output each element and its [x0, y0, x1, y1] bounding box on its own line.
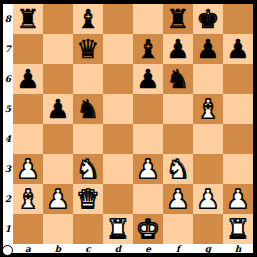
square-c8[interactable]: ♝ [73, 4, 103, 34]
square-g7[interactable]: ♟ [193, 34, 223, 64]
rank-label-8: 8 [3, 4, 13, 34]
white-pawn-h2: ♟ [223, 184, 253, 214]
white-pawn-g2: ♟ [193, 184, 223, 214]
file-label-b: b [43, 244, 73, 253]
square-a4[interactable] [13, 124, 43, 154]
black-bishop-e7: ♝ [133, 34, 163, 64]
square-c6[interactable] [73, 64, 103, 94]
black-pawn-a6: ♟ [13, 64, 43, 94]
square-b2[interactable]: ♟ [43, 184, 73, 214]
black-knight-f6: ♞ [163, 64, 193, 94]
square-c7[interactable]: ♛ [73, 34, 103, 64]
white-pawn-a3: ♟ [13, 154, 43, 184]
square-b3[interactable] [43, 154, 73, 184]
square-b7[interactable] [43, 34, 73, 64]
black-pawn-g7: ♟ [193, 34, 223, 64]
square-b4[interactable] [43, 124, 73, 154]
white-pawn-e3: ♟ [133, 154, 163, 184]
square-h7[interactable]: ♟ [223, 34, 253, 64]
white-rook-d1: ♜ [103, 214, 133, 244]
rank-label-4: 4 [3, 124, 13, 154]
file-label-c: c [73, 244, 103, 253]
chess-diagram: 87654321 ♜♝♜♚♛♝♟♟♟♟♟♞♟♞♝♟♞♟♞♝♟♛♟♟♟♜♚♜ ab… [0, 0, 257, 257]
black-rook-f8: ♜ [163, 4, 193, 34]
square-g1[interactable] [193, 214, 223, 244]
black-king-g8: ♚ [193, 4, 223, 34]
file-label-panel: abcdefgh [3, 244, 253, 253]
square-f8[interactable]: ♜ [163, 4, 193, 34]
rank-labels: 87654321 [3, 4, 13, 244]
square-b5[interactable]: ♟ [43, 94, 73, 124]
black-knight-c5: ♞ [73, 94, 103, 124]
square-a5[interactable] [13, 94, 43, 124]
rank-label-6: 6 [3, 64, 13, 94]
white-rook-h1: ♜ [223, 214, 253, 244]
square-h3[interactable] [223, 154, 253, 184]
square-b8[interactable] [43, 4, 73, 34]
square-f4[interactable] [163, 124, 193, 154]
square-a2[interactable]: ♝ [13, 184, 43, 214]
square-c2[interactable]: ♛ [73, 184, 103, 214]
square-g3[interactable] [193, 154, 223, 184]
square-e1[interactable]: ♚ [133, 214, 163, 244]
square-d6[interactable] [103, 64, 133, 94]
square-g6[interactable] [193, 64, 223, 94]
square-a8[interactable]: ♜ [13, 4, 43, 34]
square-f1[interactable] [163, 214, 193, 244]
square-g4[interactable] [193, 124, 223, 154]
square-d4[interactable] [103, 124, 133, 154]
black-pawn-f7: ♟ [163, 34, 193, 64]
white-bishop-g5: ♝ [193, 94, 223, 124]
square-d1[interactable]: ♜ [103, 214, 133, 244]
square-a6[interactable]: ♟ [13, 64, 43, 94]
square-d3[interactable] [103, 154, 133, 184]
rank-label-5: 5 [3, 94, 13, 124]
rank-label-1: 1 [3, 214, 13, 244]
file-label-d: d [103, 244, 133, 253]
square-c3[interactable]: ♞ [73, 154, 103, 184]
rank-label-7: 7 [3, 34, 13, 64]
chessboard: ♜♝♜♚♛♝♟♟♟♟♟♞♟♞♝♟♞♟♞♝♟♛♟♟♟♜♚♜ [13, 4, 253, 244]
square-f2[interactable]: ♟ [163, 184, 193, 214]
square-c5[interactable]: ♞ [73, 94, 103, 124]
square-e8[interactable] [133, 4, 163, 34]
square-d5[interactable] [103, 94, 133, 124]
square-a1[interactable] [13, 214, 43, 244]
square-e4[interactable] [133, 124, 163, 154]
black-pawn-h7: ♟ [223, 34, 253, 64]
square-g5[interactable]: ♝ [193, 94, 223, 124]
black-queen-c7: ♛ [73, 34, 103, 64]
square-f3[interactable]: ♞ [163, 154, 193, 184]
square-f7[interactable]: ♟ [163, 34, 193, 64]
square-c4[interactable] [73, 124, 103, 154]
square-h1[interactable]: ♜ [223, 214, 253, 244]
square-g2[interactable]: ♟ [193, 184, 223, 214]
file-labels: abcdefgh [13, 244, 253, 253]
square-h8[interactable] [223, 4, 253, 34]
black-pawn-e6: ♟ [133, 64, 163, 94]
square-h5[interactable] [223, 94, 253, 124]
square-g8[interactable]: ♚ [193, 4, 223, 34]
black-pawn-b5: ♟ [43, 94, 73, 124]
white-knight-c3: ♞ [73, 154, 103, 184]
square-b1[interactable] [43, 214, 73, 244]
square-c1[interactable] [73, 214, 103, 244]
square-e7[interactable]: ♝ [133, 34, 163, 64]
square-e3[interactable]: ♟ [133, 154, 163, 184]
file-label-f: f [163, 244, 193, 253]
square-d2[interactable] [103, 184, 133, 214]
square-a7[interactable] [13, 34, 43, 64]
square-a3[interactable]: ♟ [13, 154, 43, 184]
white-queen-c2: ♛ [73, 184, 103, 214]
square-e5[interactable] [133, 94, 163, 124]
white-bishop-a2: ♝ [13, 184, 43, 214]
white-pawn-f2: ♟ [163, 184, 193, 214]
square-f6[interactable]: ♞ [163, 64, 193, 94]
square-d7[interactable] [103, 34, 133, 64]
file-label-a: a [13, 244, 43, 253]
white-pawn-b2: ♟ [43, 184, 73, 214]
square-b6[interactable] [43, 64, 73, 94]
white-king-e1: ♚ [133, 214, 163, 244]
square-f5[interactable] [163, 94, 193, 124]
rank-label-3: 3 [3, 154, 13, 184]
rank-label-2: 2 [3, 184, 13, 214]
file-label-e: e [133, 244, 163, 253]
white-knight-f3: ♞ [163, 154, 193, 184]
square-e6[interactable]: ♟ [133, 64, 163, 94]
white-to-move-indicator [2, 245, 13, 256]
black-rook-a8: ♜ [13, 4, 43, 34]
black-bishop-c8: ♝ [73, 4, 103, 34]
square-e2[interactable] [133, 184, 163, 214]
file-label-h: h [223, 244, 253, 253]
square-h4[interactable] [223, 124, 253, 154]
file-label-g: g [193, 244, 223, 253]
square-d8[interactable] [103, 4, 133, 34]
square-h2[interactable]: ♟ [223, 184, 253, 214]
square-h6[interactable] [223, 64, 253, 94]
